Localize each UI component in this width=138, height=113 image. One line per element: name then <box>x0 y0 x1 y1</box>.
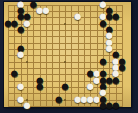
stone-white: ● <box>106 32 113 41</box>
stone-white: ● <box>17 0 24 9</box>
stone-white: ● <box>99 0 106 9</box>
stone-black: ● <box>106 13 113 22</box>
stone-black: ● <box>99 19 106 28</box>
stone-black: ● <box>99 76 106 85</box>
stone-black: ● <box>112 51 119 60</box>
stone-black: ● <box>17 6 24 15</box>
star-point <box>102 61 104 63</box>
star-point <box>26 23 28 25</box>
stone-black: ● <box>36 76 43 85</box>
stone-white: ● <box>17 82 24 91</box>
stone-white: ● <box>99 13 106 22</box>
stone-black: ● <box>17 25 24 34</box>
stone-black: ● <box>99 95 106 104</box>
go-board[interactable]: ●●●●●●●●●●●●●●●●●●●●●●●●●●●●●●●●●●●●●●●●… <box>4 2 131 107</box>
stone-black: ● <box>106 6 113 15</box>
stone-black: ● <box>30 0 37 9</box>
stone-white: ● <box>106 38 113 47</box>
stone-white: ● <box>23 19 30 28</box>
stone-black: ● <box>118 63 125 72</box>
stone-black: ● <box>106 101 113 110</box>
stone-white: ● <box>112 63 119 72</box>
star-point <box>26 61 28 63</box>
star-point <box>64 23 66 25</box>
stone-white: ● <box>17 95 24 104</box>
star-point <box>102 99 104 101</box>
stone-white: ● <box>93 95 100 104</box>
stone-white: ● <box>42 6 49 15</box>
stone-white: ● <box>99 89 106 98</box>
stone-black: ● <box>55 95 62 104</box>
stone-black: ● <box>61 82 68 91</box>
star-point <box>64 99 66 101</box>
stone-white: ● <box>36 6 43 15</box>
stone-black: ● <box>106 76 113 85</box>
stone-black: ● <box>106 25 113 34</box>
stone-black: ● <box>23 13 30 22</box>
stone-black: ● <box>99 101 106 110</box>
star-point <box>26 99 28 101</box>
stone-black: ● <box>17 44 24 53</box>
stone-black: ● <box>99 70 106 79</box>
stone-black: ● <box>99 57 106 66</box>
stone-white: ● <box>80 95 87 104</box>
board-grid-lines <box>8 5 123 108</box>
stone-black: ● <box>99 82 106 91</box>
stone-black: ● <box>11 19 18 28</box>
stone-white: ● <box>112 57 119 66</box>
stone-white: ● <box>87 82 94 91</box>
stone-white: ● <box>112 70 119 79</box>
stone-black: ● <box>118 57 125 66</box>
star-point <box>64 61 66 63</box>
stone-white: ● <box>74 95 81 104</box>
stone-black: ● <box>112 76 119 85</box>
stone-black: ● <box>112 101 119 110</box>
stone-white: ● <box>93 76 100 85</box>
stone-black: ● <box>112 13 119 22</box>
stone-black: ● <box>11 70 18 79</box>
star-point <box>102 23 104 25</box>
go-app-window: ●●●●●●●●●●●●●●●●●●●●●●●●●●●●●●●●●●●●●●●●… <box>0 0 138 113</box>
stone-white: ● <box>106 44 113 53</box>
stone-white: ● <box>87 95 94 104</box>
stone-black: ● <box>17 13 24 22</box>
stone-black: ● <box>4 19 11 28</box>
stone-black: ● <box>36 82 43 91</box>
stone-white: ● <box>93 70 100 79</box>
stone-white: ● <box>17 51 24 60</box>
stone-white: ● <box>74 13 81 22</box>
stone-white: ● <box>23 101 30 110</box>
stone-black: ● <box>87 70 94 79</box>
